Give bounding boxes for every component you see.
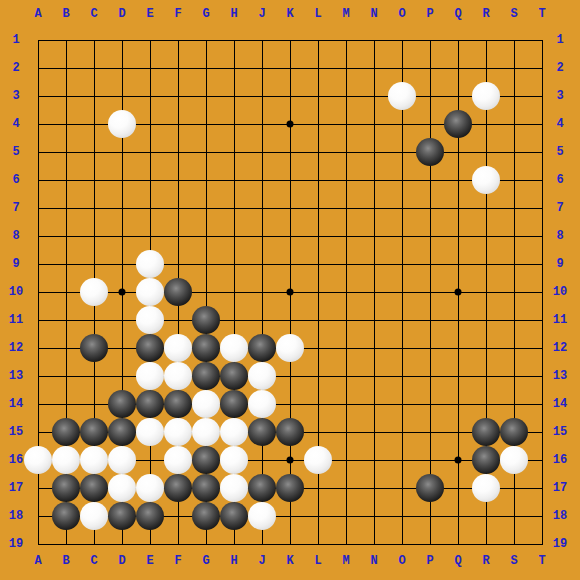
intersection-E19[interactable] <box>136 530 164 558</box>
intersection-B15[interactable] <box>52 418 80 446</box>
intersection-Q6[interactable] <box>444 166 472 194</box>
intersection-Q14[interactable] <box>444 390 472 418</box>
intersection-B17[interactable] <box>52 474 80 502</box>
intersection-G10[interactable] <box>192 278 220 306</box>
intersection-G7[interactable] <box>192 194 220 222</box>
intersection-S2[interactable] <box>500 54 528 82</box>
intersection-C6[interactable] <box>80 166 108 194</box>
intersection-C14[interactable] <box>80 390 108 418</box>
intersection-D17[interactable] <box>108 474 136 502</box>
intersection-D8[interactable] <box>108 222 136 250</box>
intersection-S3[interactable] <box>500 82 528 110</box>
intersection-G1[interactable] <box>192 26 220 54</box>
intersection-Q8[interactable] <box>444 222 472 250</box>
intersection-J8[interactable] <box>248 222 276 250</box>
intersection-S15[interactable] <box>500 418 528 446</box>
intersection-C4[interactable] <box>80 110 108 138</box>
intersection-K12[interactable] <box>276 334 304 362</box>
intersection-M14[interactable] <box>332 390 360 418</box>
intersection-F12[interactable] <box>164 334 192 362</box>
intersection-L5[interactable] <box>304 138 332 166</box>
intersection-R1[interactable] <box>472 26 500 54</box>
intersection-R14[interactable] <box>472 390 500 418</box>
intersection-E8[interactable] <box>136 222 164 250</box>
intersection-D10[interactable] <box>108 278 136 306</box>
intersection-O11[interactable] <box>388 306 416 334</box>
intersection-C17[interactable] <box>80 474 108 502</box>
intersection-K9[interactable] <box>276 250 304 278</box>
intersection-L4[interactable] <box>304 110 332 138</box>
intersection-B2[interactable] <box>52 54 80 82</box>
intersection-O4[interactable] <box>388 110 416 138</box>
intersection-L14[interactable] <box>304 390 332 418</box>
intersection-H3[interactable] <box>220 82 248 110</box>
intersection-D12[interactable] <box>108 334 136 362</box>
intersection-T15[interactable] <box>528 418 556 446</box>
intersection-P11[interactable] <box>416 306 444 334</box>
intersection-D7[interactable] <box>108 194 136 222</box>
intersection-J9[interactable] <box>248 250 276 278</box>
intersection-J5[interactable] <box>248 138 276 166</box>
intersection-O15[interactable] <box>388 418 416 446</box>
intersection-M19[interactable] <box>332 530 360 558</box>
intersection-H6[interactable] <box>220 166 248 194</box>
intersection-J17[interactable] <box>248 474 276 502</box>
intersection-K1[interactable] <box>276 26 304 54</box>
intersection-E18[interactable] <box>136 502 164 530</box>
intersection-K7[interactable] <box>276 194 304 222</box>
intersection-H14[interactable] <box>220 390 248 418</box>
intersection-E9[interactable] <box>136 250 164 278</box>
intersection-N18[interactable] <box>360 502 388 530</box>
intersection-N11[interactable] <box>360 306 388 334</box>
intersection-B10[interactable] <box>52 278 80 306</box>
intersection-B14[interactable] <box>52 390 80 418</box>
intersection-P5[interactable] <box>416 138 444 166</box>
intersection-L1[interactable] <box>304 26 332 54</box>
intersection-L12[interactable] <box>304 334 332 362</box>
intersection-Q2[interactable] <box>444 54 472 82</box>
intersection-O12[interactable] <box>388 334 416 362</box>
intersection-C7[interactable] <box>80 194 108 222</box>
intersection-T5[interactable] <box>528 138 556 166</box>
intersection-R13[interactable] <box>472 362 500 390</box>
intersection-B6[interactable] <box>52 166 80 194</box>
intersection-L2[interactable] <box>304 54 332 82</box>
intersection-A5[interactable] <box>24 138 52 166</box>
intersection-Q16[interactable] <box>444 446 472 474</box>
intersection-C8[interactable] <box>80 222 108 250</box>
intersection-G5[interactable] <box>192 138 220 166</box>
intersection-A10[interactable] <box>24 278 52 306</box>
intersection-E11[interactable] <box>136 306 164 334</box>
intersection-J3[interactable] <box>248 82 276 110</box>
intersection-G17[interactable] <box>192 474 220 502</box>
intersection-J13[interactable] <box>248 362 276 390</box>
intersection-T1[interactable] <box>528 26 556 54</box>
intersection-R7[interactable] <box>472 194 500 222</box>
intersection-H15[interactable] <box>220 418 248 446</box>
intersection-F17[interactable] <box>164 474 192 502</box>
intersection-C10[interactable] <box>80 278 108 306</box>
intersection-K4[interactable] <box>276 110 304 138</box>
intersection-M5[interactable] <box>332 138 360 166</box>
intersection-C18[interactable] <box>80 502 108 530</box>
intersection-F8[interactable] <box>164 222 192 250</box>
intersection-N9[interactable] <box>360 250 388 278</box>
intersection-M4[interactable] <box>332 110 360 138</box>
intersection-N19[interactable] <box>360 530 388 558</box>
intersection-J12[interactable] <box>248 334 276 362</box>
intersection-J18[interactable] <box>248 502 276 530</box>
intersection-Q10[interactable] <box>444 278 472 306</box>
intersection-S16[interactable] <box>500 446 528 474</box>
intersection-O2[interactable] <box>388 54 416 82</box>
intersection-L19[interactable] <box>304 530 332 558</box>
intersection-M15[interactable] <box>332 418 360 446</box>
intersection-B7[interactable] <box>52 194 80 222</box>
intersection-O6[interactable] <box>388 166 416 194</box>
intersection-D1[interactable] <box>108 26 136 54</box>
intersection-S5[interactable] <box>500 138 528 166</box>
intersection-N3[interactable] <box>360 82 388 110</box>
intersection-D14[interactable] <box>108 390 136 418</box>
intersection-F10[interactable] <box>164 278 192 306</box>
intersection-Q5[interactable] <box>444 138 472 166</box>
intersection-F18[interactable] <box>164 502 192 530</box>
intersection-P12[interactable] <box>416 334 444 362</box>
intersection-T3[interactable] <box>528 82 556 110</box>
intersection-J4[interactable] <box>248 110 276 138</box>
intersection-R16[interactable] <box>472 446 500 474</box>
intersection-Q4[interactable] <box>444 110 472 138</box>
intersection-D3[interactable] <box>108 82 136 110</box>
intersection-J16[interactable] <box>248 446 276 474</box>
intersection-N7[interactable] <box>360 194 388 222</box>
intersection-Q18[interactable] <box>444 502 472 530</box>
intersection-T14[interactable] <box>528 390 556 418</box>
intersection-K11[interactable] <box>276 306 304 334</box>
intersection-N14[interactable] <box>360 390 388 418</box>
intersection-N15[interactable] <box>360 418 388 446</box>
intersection-A12[interactable] <box>24 334 52 362</box>
intersection-K3[interactable] <box>276 82 304 110</box>
intersection-N12[interactable] <box>360 334 388 362</box>
intersection-K17[interactable] <box>276 474 304 502</box>
intersection-P1[interactable] <box>416 26 444 54</box>
intersection-T16[interactable] <box>528 446 556 474</box>
intersection-A7[interactable] <box>24 194 52 222</box>
intersection-H1[interactable] <box>220 26 248 54</box>
intersection-A15[interactable] <box>24 418 52 446</box>
intersection-B9[interactable] <box>52 250 80 278</box>
intersection-T7[interactable] <box>528 194 556 222</box>
intersection-E10[interactable] <box>136 278 164 306</box>
intersection-C16[interactable] <box>80 446 108 474</box>
intersection-H19[interactable] <box>220 530 248 558</box>
intersection-N10[interactable] <box>360 278 388 306</box>
intersection-E1[interactable] <box>136 26 164 54</box>
intersection-H11[interactable] <box>220 306 248 334</box>
intersection-P7[interactable] <box>416 194 444 222</box>
intersection-O3[interactable] <box>388 82 416 110</box>
intersection-P10[interactable] <box>416 278 444 306</box>
intersection-B1[interactable] <box>52 26 80 54</box>
intersection-B4[interactable] <box>52 110 80 138</box>
intersection-P2[interactable] <box>416 54 444 82</box>
intersection-D5[interactable] <box>108 138 136 166</box>
intersection-H13[interactable] <box>220 362 248 390</box>
intersection-E2[interactable] <box>136 54 164 82</box>
intersection-N16[interactable] <box>360 446 388 474</box>
intersection-F3[interactable] <box>164 82 192 110</box>
intersection-P4[interactable] <box>416 110 444 138</box>
intersection-G13[interactable] <box>192 362 220 390</box>
intersection-A6[interactable] <box>24 166 52 194</box>
intersection-S4[interactable] <box>500 110 528 138</box>
intersection-F11[interactable] <box>164 306 192 334</box>
intersection-P9[interactable] <box>416 250 444 278</box>
intersection-H16[interactable] <box>220 446 248 474</box>
intersection-H12[interactable] <box>220 334 248 362</box>
intersection-G19[interactable] <box>192 530 220 558</box>
intersection-K2[interactable] <box>276 54 304 82</box>
intersection-H2[interactable] <box>220 54 248 82</box>
intersection-M7[interactable] <box>332 194 360 222</box>
intersection-N6[interactable] <box>360 166 388 194</box>
intersection-L8[interactable] <box>304 222 332 250</box>
intersection-G18[interactable] <box>192 502 220 530</box>
intersection-E15[interactable] <box>136 418 164 446</box>
intersection-S6[interactable] <box>500 166 528 194</box>
intersection-P3[interactable] <box>416 82 444 110</box>
intersection-G4[interactable] <box>192 110 220 138</box>
intersection-S9[interactable] <box>500 250 528 278</box>
intersection-M3[interactable] <box>332 82 360 110</box>
intersection-O1[interactable] <box>388 26 416 54</box>
intersection-K19[interactable] <box>276 530 304 558</box>
intersection-M2[interactable] <box>332 54 360 82</box>
intersection-G16[interactable] <box>192 446 220 474</box>
intersection-F19[interactable] <box>164 530 192 558</box>
intersection-F16[interactable] <box>164 446 192 474</box>
intersection-O13[interactable] <box>388 362 416 390</box>
intersection-Q13[interactable] <box>444 362 472 390</box>
intersection-R11[interactable] <box>472 306 500 334</box>
intersection-S11[interactable] <box>500 306 528 334</box>
intersection-E5[interactable] <box>136 138 164 166</box>
intersection-F6[interactable] <box>164 166 192 194</box>
intersection-D19[interactable] <box>108 530 136 558</box>
intersection-F9[interactable] <box>164 250 192 278</box>
intersection-B13[interactable] <box>52 362 80 390</box>
intersection-G15[interactable] <box>192 418 220 446</box>
intersection-A19[interactable] <box>24 530 52 558</box>
intersection-G8[interactable] <box>192 222 220 250</box>
intersection-N13[interactable] <box>360 362 388 390</box>
intersection-N17[interactable] <box>360 474 388 502</box>
intersection-Q17[interactable] <box>444 474 472 502</box>
intersection-F7[interactable] <box>164 194 192 222</box>
intersection-J7[interactable] <box>248 194 276 222</box>
intersection-O18[interactable] <box>388 502 416 530</box>
intersection-P16[interactable] <box>416 446 444 474</box>
intersection-A11[interactable] <box>24 306 52 334</box>
intersection-R4[interactable] <box>472 110 500 138</box>
intersection-K10[interactable] <box>276 278 304 306</box>
intersection-E14[interactable] <box>136 390 164 418</box>
intersection-B11[interactable] <box>52 306 80 334</box>
intersection-M1[interactable] <box>332 26 360 54</box>
intersection-H8[interactable] <box>220 222 248 250</box>
intersection-P6[interactable] <box>416 166 444 194</box>
intersection-B12[interactable] <box>52 334 80 362</box>
intersection-A9[interactable] <box>24 250 52 278</box>
intersection-N4[interactable] <box>360 110 388 138</box>
intersection-G11[interactable] <box>192 306 220 334</box>
intersection-K16[interactable] <box>276 446 304 474</box>
intersection-H17[interactable] <box>220 474 248 502</box>
intersection-N8[interactable] <box>360 222 388 250</box>
intersection-S19[interactable] <box>500 530 528 558</box>
intersection-R12[interactable] <box>472 334 500 362</box>
intersection-J10[interactable] <box>248 278 276 306</box>
intersection-L6[interactable] <box>304 166 332 194</box>
intersection-S18[interactable] <box>500 502 528 530</box>
intersection-D9[interactable] <box>108 250 136 278</box>
intersection-C2[interactable] <box>80 54 108 82</box>
intersection-J6[interactable] <box>248 166 276 194</box>
intersection-K8[interactable] <box>276 222 304 250</box>
intersection-R9[interactable] <box>472 250 500 278</box>
intersection-K14[interactable] <box>276 390 304 418</box>
intersection-C3[interactable] <box>80 82 108 110</box>
intersection-R18[interactable] <box>472 502 500 530</box>
intersection-O5[interactable] <box>388 138 416 166</box>
intersection-T9[interactable] <box>528 250 556 278</box>
intersection-A4[interactable] <box>24 110 52 138</box>
intersection-O19[interactable] <box>388 530 416 558</box>
intersection-S14[interactable] <box>500 390 528 418</box>
intersection-C1[interactable] <box>80 26 108 54</box>
intersection-B18[interactable] <box>52 502 80 530</box>
intersection-T10[interactable] <box>528 278 556 306</box>
intersection-K13[interactable] <box>276 362 304 390</box>
intersection-A17[interactable] <box>24 474 52 502</box>
intersection-F14[interactable] <box>164 390 192 418</box>
intersection-G14[interactable] <box>192 390 220 418</box>
intersection-N5[interactable] <box>360 138 388 166</box>
intersection-A3[interactable] <box>24 82 52 110</box>
intersection-T19[interactable] <box>528 530 556 558</box>
intersection-P14[interactable] <box>416 390 444 418</box>
intersection-S8[interactable] <box>500 222 528 250</box>
intersection-Q7[interactable] <box>444 194 472 222</box>
intersection-T2[interactable] <box>528 54 556 82</box>
intersection-C19[interactable] <box>80 530 108 558</box>
intersection-F5[interactable] <box>164 138 192 166</box>
intersection-S17[interactable] <box>500 474 528 502</box>
intersection-G6[interactable] <box>192 166 220 194</box>
intersection-R2[interactable] <box>472 54 500 82</box>
intersection-D15[interactable] <box>108 418 136 446</box>
intersection-A13[interactable] <box>24 362 52 390</box>
intersection-O17[interactable] <box>388 474 416 502</box>
intersection-L15[interactable] <box>304 418 332 446</box>
intersection-M18[interactable] <box>332 502 360 530</box>
intersection-L11[interactable] <box>304 306 332 334</box>
intersection-F13[interactable] <box>164 362 192 390</box>
intersection-O14[interactable] <box>388 390 416 418</box>
intersection-E3[interactable] <box>136 82 164 110</box>
intersection-D11[interactable] <box>108 306 136 334</box>
intersection-H5[interactable] <box>220 138 248 166</box>
intersection-S10[interactable] <box>500 278 528 306</box>
intersection-T12[interactable] <box>528 334 556 362</box>
intersection-O9[interactable] <box>388 250 416 278</box>
intersection-C13[interactable] <box>80 362 108 390</box>
intersection-R3[interactable] <box>472 82 500 110</box>
intersection-K5[interactable] <box>276 138 304 166</box>
intersection-G3[interactable] <box>192 82 220 110</box>
intersection-M17[interactable] <box>332 474 360 502</box>
intersection-R17[interactable] <box>472 474 500 502</box>
intersection-L13[interactable] <box>304 362 332 390</box>
intersection-H18[interactable] <box>220 502 248 530</box>
intersection-F2[interactable] <box>164 54 192 82</box>
intersection-G9[interactable] <box>192 250 220 278</box>
intersection-A1[interactable] <box>24 26 52 54</box>
intersection-P19[interactable] <box>416 530 444 558</box>
intersection-C15[interactable] <box>80 418 108 446</box>
intersection-S12[interactable] <box>500 334 528 362</box>
intersection-C11[interactable] <box>80 306 108 334</box>
intersection-D18[interactable] <box>108 502 136 530</box>
intersection-P8[interactable] <box>416 222 444 250</box>
intersection-Q11[interactable] <box>444 306 472 334</box>
intersection-T6[interactable] <box>528 166 556 194</box>
intersection-D4[interactable] <box>108 110 136 138</box>
intersection-B5[interactable] <box>52 138 80 166</box>
intersection-C5[interactable] <box>80 138 108 166</box>
intersection-H10[interactable] <box>220 278 248 306</box>
intersection-B3[interactable] <box>52 82 80 110</box>
intersection-K15[interactable] <box>276 418 304 446</box>
intersection-T11[interactable] <box>528 306 556 334</box>
intersection-D2[interactable] <box>108 54 136 82</box>
intersection-A8[interactable] <box>24 222 52 250</box>
intersection-O8[interactable] <box>388 222 416 250</box>
intersection-M9[interactable] <box>332 250 360 278</box>
intersection-A2[interactable] <box>24 54 52 82</box>
intersection-M6[interactable] <box>332 166 360 194</box>
intersection-T4[interactable] <box>528 110 556 138</box>
intersection-R5[interactable] <box>472 138 500 166</box>
intersection-J2[interactable] <box>248 54 276 82</box>
intersection-B19[interactable] <box>52 530 80 558</box>
intersection-M12[interactable] <box>332 334 360 362</box>
intersection-M11[interactable] <box>332 306 360 334</box>
intersection-Q9[interactable] <box>444 250 472 278</box>
intersection-M10[interactable] <box>332 278 360 306</box>
intersection-S1[interactable] <box>500 26 528 54</box>
intersection-H9[interactable] <box>220 250 248 278</box>
intersection-P15[interactable] <box>416 418 444 446</box>
intersection-F1[interactable] <box>164 26 192 54</box>
intersection-F15[interactable] <box>164 418 192 446</box>
intersection-L16[interactable] <box>304 446 332 474</box>
intersection-T17[interactable] <box>528 474 556 502</box>
